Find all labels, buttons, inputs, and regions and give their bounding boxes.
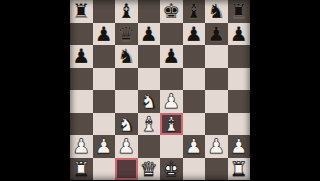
piece-white-king: ♚ <box>162 158 180 180</box>
square-b3[interactable] <box>93 113 116 136</box>
square-d4[interactable]: ♞ <box>138 90 161 113</box>
square-g7[interactable]: ♟ <box>205 23 228 46</box>
square-a8[interactable]: ♜ <box>70 0 93 23</box>
square-f1[interactable] <box>183 158 206 181</box>
piece-black-pawn: ♟ <box>230 23 248 45</box>
square-g1[interactable] <box>205 158 228 181</box>
square-f5[interactable] <box>183 68 206 91</box>
square-d7[interactable]: ♟ <box>138 23 161 46</box>
square-g3[interactable] <box>205 113 228 136</box>
piece-white-pawn: ♟ <box>95 135 113 157</box>
square-a3[interactable] <box>70 113 93 136</box>
piece-white-pawn: ♟ <box>230 135 248 157</box>
square-b2[interactable]: ♟ <box>93 135 116 158</box>
square-c6[interactable]: ♞ <box>115 45 138 68</box>
square-c4[interactable] <box>115 90 138 113</box>
square-h5[interactable] <box>228 68 251 91</box>
square-c5[interactable] <box>115 68 138 91</box>
piece-black-pawn: ♟ <box>207 23 225 45</box>
square-a1[interactable]: ♜ <box>70 158 93 181</box>
square-b1[interactable] <box>93 158 116 181</box>
square-a5[interactable] <box>70 68 93 91</box>
letterbox-left <box>0 0 70 180</box>
piece-black-pawn: ♟ <box>162 45 180 67</box>
square-g8[interactable]: ♞ <box>205 0 228 23</box>
square-e2[interactable] <box>160 135 183 158</box>
piece-white-knight: ♞ <box>140 90 158 112</box>
square-e3[interactable]: ♝ <box>160 113 183 136</box>
square-d5[interactable] <box>138 68 161 91</box>
square-b8[interactable] <box>93 0 116 23</box>
square-b7[interactable]: ♟ <box>93 23 116 46</box>
square-h3[interactable] <box>228 113 251 136</box>
square-b4[interactable] <box>93 90 116 113</box>
square-g6[interactable] <box>205 45 228 68</box>
square-h4[interactable] <box>228 90 251 113</box>
square-d2[interactable] <box>138 135 161 158</box>
piece-white-pawn: ♟ <box>185 135 203 157</box>
square-c1[interactable] <box>115 158 138 181</box>
piece-black-pawn: ♟ <box>72 45 90 67</box>
square-f6[interactable] <box>183 45 206 68</box>
piece-black-knight: ♞ <box>207 0 225 22</box>
piece-white-pawn: ♟ <box>72 135 90 157</box>
piece-white-bishop: ♝ <box>140 113 158 135</box>
square-a4[interactable] <box>70 90 93 113</box>
square-d8[interactable] <box>138 0 161 23</box>
square-h2[interactable]: ♟ <box>228 135 251 158</box>
square-a2[interactable]: ♟ <box>70 135 93 158</box>
piece-white-bishop: ♝ <box>162 113 180 135</box>
square-g5[interactable] <box>205 68 228 91</box>
square-c7[interactable]: ♛ <box>115 23 138 46</box>
letterbox-right <box>250 0 320 180</box>
piece-black-knight: ♞ <box>117 45 135 67</box>
square-c8[interactable]: ♝ <box>115 0 138 23</box>
chess-board: ♜♝♚♝♞♜♟♛♟♟♟♟♟♞♟♞♟♞♝♝♟♟♟♟♟♟♜♛♚♜ <box>70 0 250 180</box>
square-f7[interactable]: ♟ <box>183 23 206 46</box>
piece-black-pawn: ♟ <box>140 23 158 45</box>
square-c3[interactable]: ♞ <box>115 113 138 136</box>
square-d1[interactable]: ♛ <box>138 158 161 181</box>
piece-white-pawn: ♟ <box>207 135 225 157</box>
square-d6[interactable] <box>138 45 161 68</box>
piece-black-pawn: ♟ <box>185 23 203 45</box>
square-e8[interactable]: ♚ <box>160 0 183 23</box>
square-h7[interactable]: ♟ <box>228 23 251 46</box>
piece-black-rook: ♜ <box>230 0 248 22</box>
square-g2[interactable]: ♟ <box>205 135 228 158</box>
piece-white-queen: ♛ <box>140 158 158 180</box>
piece-white-knight: ♞ <box>117 113 135 135</box>
square-d3[interactable]: ♝ <box>138 113 161 136</box>
square-h6[interactable] <box>228 45 251 68</box>
piece-black-bishop: ♝ <box>117 0 135 22</box>
square-c2[interactable]: ♟ <box>115 135 138 158</box>
piece-black-king: ♚ <box>162 0 180 22</box>
square-e4[interactable]: ♟ <box>160 90 183 113</box>
piece-white-rook: ♜ <box>230 158 248 180</box>
square-f8[interactable]: ♝ <box>183 0 206 23</box>
piece-black-rook: ♜ <box>72 0 90 22</box>
square-f2[interactable]: ♟ <box>183 135 206 158</box>
piece-white-rook: ♜ <box>72 158 90 180</box>
square-h1[interactable]: ♜ <box>228 158 251 181</box>
piece-black-pawn: ♟ <box>95 23 113 45</box>
square-e7[interactable] <box>160 23 183 46</box>
square-a7[interactable] <box>70 23 93 46</box>
square-e6[interactable]: ♟ <box>160 45 183 68</box>
square-e5[interactable] <box>160 68 183 91</box>
piece-black-bishop: ♝ <box>185 0 203 22</box>
video-frame: ♜♝♚♝♞♜♟♛♟♟♟♟♟♞♟♞♟♞♝♝♟♟♟♟♟♟♜♛♚♜ <box>0 0 320 180</box>
square-e1[interactable]: ♚ <box>160 158 183 181</box>
square-g4[interactable] <box>205 90 228 113</box>
piece-white-pawn: ♟ <box>117 135 135 157</box>
square-f3[interactable] <box>183 113 206 136</box>
square-a6[interactable]: ♟ <box>70 45 93 68</box>
piece-white-pawn: ♟ <box>162 90 180 112</box>
piece-black-queen: ♛ <box>117 23 135 45</box>
square-h8[interactable]: ♜ <box>228 0 251 23</box>
square-b5[interactable] <box>93 68 116 91</box>
square-f4[interactable] <box>183 90 206 113</box>
square-b6[interactable] <box>93 45 116 68</box>
